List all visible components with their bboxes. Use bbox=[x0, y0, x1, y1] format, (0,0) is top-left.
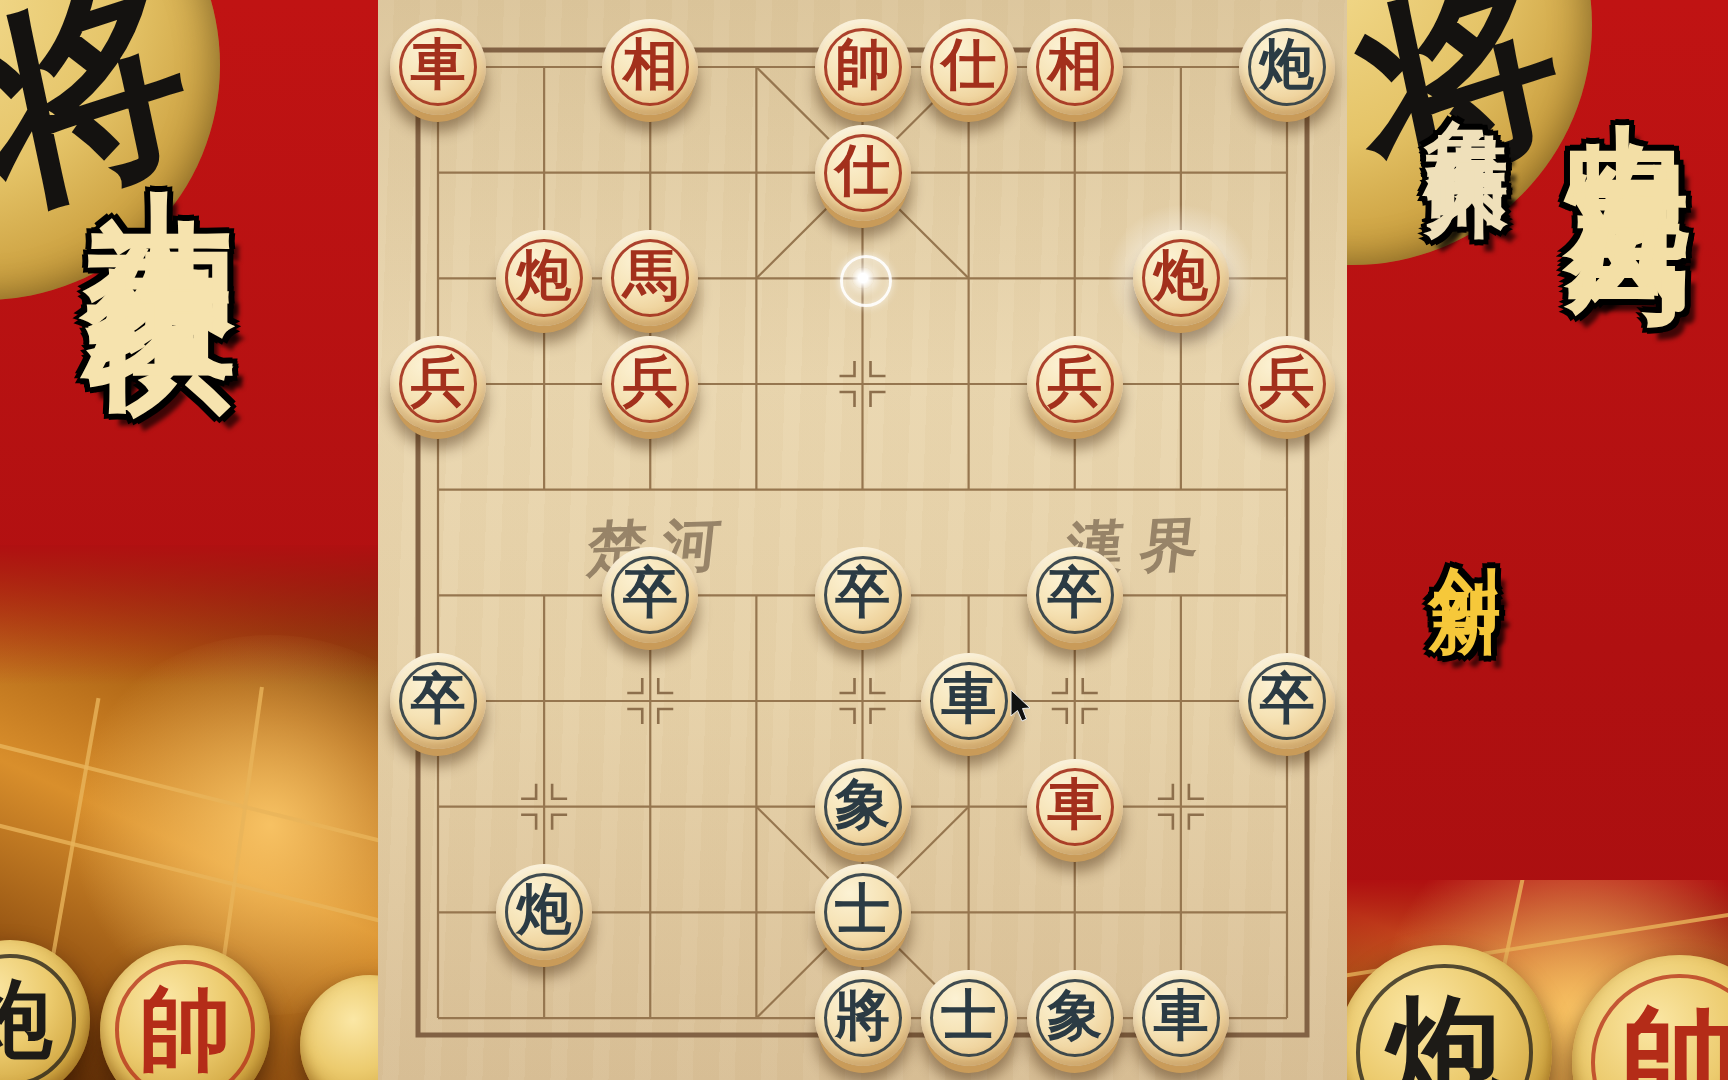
piece-red-cannon[interactable]: 炮 bbox=[1133, 230, 1229, 326]
mouse-cursor bbox=[1010, 690, 1034, 722]
piece-glyph: 卒 bbox=[1239, 651, 1335, 747]
piece-glyph: 車 bbox=[1133, 968, 1229, 1064]
piece-glyph: 士 bbox=[921, 968, 1017, 1064]
piece-black-soldier[interactable]: 卒 bbox=[1239, 653, 1335, 749]
piece-red-elephant[interactable]: 相 bbox=[1027, 19, 1123, 115]
piece-glyph: 兵 bbox=[1239, 334, 1335, 430]
piece-black-soldier[interactable]: 卒 bbox=[390, 653, 486, 749]
piece-glyph: 象 bbox=[815, 757, 911, 853]
piece-black-soldier[interactable]: 卒 bbox=[1027, 547, 1123, 643]
piece-glyph: 兵 bbox=[390, 334, 486, 430]
decor-king-piece: 帥 bbox=[1572, 955, 1728, 1080]
piece-glyph: 帥 bbox=[815, 17, 911, 113]
piece-glyph: 炮 bbox=[1239, 17, 1335, 113]
piece-red-king[interactable]: 帥 bbox=[815, 19, 911, 115]
piece-black-elephant[interactable]: 象 bbox=[1027, 970, 1123, 1066]
piece-glyph: 車 bbox=[921, 651, 1017, 747]
piece-red-rook[interactable]: 車 bbox=[390, 19, 486, 115]
piece-black-cannon[interactable]: 炮 bbox=[1239, 19, 1335, 115]
piece-glyph: 炮 bbox=[496, 228, 592, 324]
piece-glyph: 馬 bbox=[602, 228, 698, 324]
screenshot-root: 将 炮 帥 大神象棋 将 bbox=[0, 0, 1728, 1080]
last-move-origin-dot bbox=[852, 267, 874, 289]
piece-black-king[interactable]: 將 bbox=[815, 970, 911, 1066]
piece-black-soldier[interactable]: 卒 bbox=[602, 547, 698, 643]
decor-calligraphy-glyph: 将 bbox=[0, 0, 258, 369]
decor-cannon-piece: 炮 bbox=[1347, 945, 1552, 1080]
decor-king-piece: 帥 bbox=[100, 945, 270, 1080]
piece-glyph: 卒 bbox=[1027, 545, 1123, 641]
piece-black-advisor[interactable]: 士 bbox=[921, 970, 1017, 1066]
piece-glyph: 相 bbox=[602, 17, 698, 113]
piece-red-advisor[interactable]: 仕 bbox=[815, 125, 911, 221]
piece-glyph: 將 bbox=[815, 968, 911, 1064]
piece-red-rook[interactable]: 車 bbox=[1027, 759, 1123, 855]
piece-red-cannon[interactable]: 炮 bbox=[496, 230, 592, 326]
piece-black-rook[interactable]: 車 bbox=[1133, 970, 1229, 1066]
right-banner-title: 中炮对屏风马 bbox=[1543, 22, 1710, 142]
piece-red-horse[interactable]: 馬 bbox=[602, 230, 698, 326]
right-banner-panel: 将 炮 帥 象棋大师 创新 中炮对屏风马 bbox=[1347, 0, 1728, 1080]
piece-glyph: 兵 bbox=[1027, 334, 1123, 430]
left-banner-panel: 将 炮 帥 大神象棋 bbox=[0, 0, 378, 1080]
piece-glyph: 象 bbox=[1027, 968, 1123, 1064]
piece-black-advisor[interactable]: 士 bbox=[815, 864, 911, 960]
piece-red-soldier[interactable]: 兵 bbox=[1239, 336, 1335, 432]
left-banner-title: 大神象棋 bbox=[58, 66, 263, 170]
piece-black-soldier[interactable]: 卒 bbox=[815, 547, 911, 643]
piece-glyph: 炮 bbox=[496, 862, 592, 958]
piece-red-elephant[interactable]: 相 bbox=[602, 19, 698, 115]
piece-glyph: 相 bbox=[1027, 17, 1123, 113]
xiangqi-board[interactable]: 楚河 漢界 車相帥仕相炮仕炮馬炮兵兵兵兵卒卒卒卒車卒象車炮士將士象車 bbox=[378, 0, 1347, 1080]
piece-red-advisor[interactable]: 仕 bbox=[921, 19, 1017, 115]
piece-glyph: 卒 bbox=[602, 545, 698, 641]
piece-glyph: 炮 bbox=[1133, 228, 1229, 324]
piece-glyph: 仕 bbox=[815, 123, 911, 219]
piece-red-soldier[interactable]: 兵 bbox=[1027, 336, 1123, 432]
piece-glyph: 士 bbox=[815, 862, 911, 958]
piece-red-soldier[interactable]: 兵 bbox=[602, 336, 698, 432]
decor-gold-board-photo-left: 炮 帥 bbox=[0, 545, 378, 1080]
decor-cannon-piece: 炮 bbox=[0, 940, 90, 1080]
piece-glyph: 仕 bbox=[921, 17, 1017, 113]
piece-glyph: 車 bbox=[390, 17, 486, 113]
piece-glyph: 卒 bbox=[390, 651, 486, 747]
piece-glyph: 兵 bbox=[602, 334, 698, 430]
right-banner-subtitle: 象棋大师 bbox=[1409, 52, 1523, 108]
piece-glyph: 車 bbox=[1027, 757, 1123, 853]
piece-black-rook[interactable]: 車 bbox=[921, 653, 1017, 749]
right-banner-badge: 创新 bbox=[1417, 508, 1513, 536]
piece-glyph: 卒 bbox=[815, 545, 911, 641]
piece-black-cannon[interactable]: 炮 bbox=[496, 864, 592, 960]
piece-red-soldier[interactable]: 兵 bbox=[390, 336, 486, 432]
decor-gold-board-photo-right: 炮 帥 bbox=[1347, 880, 1728, 1080]
piece-black-elephant[interactable]: 象 bbox=[815, 759, 911, 855]
